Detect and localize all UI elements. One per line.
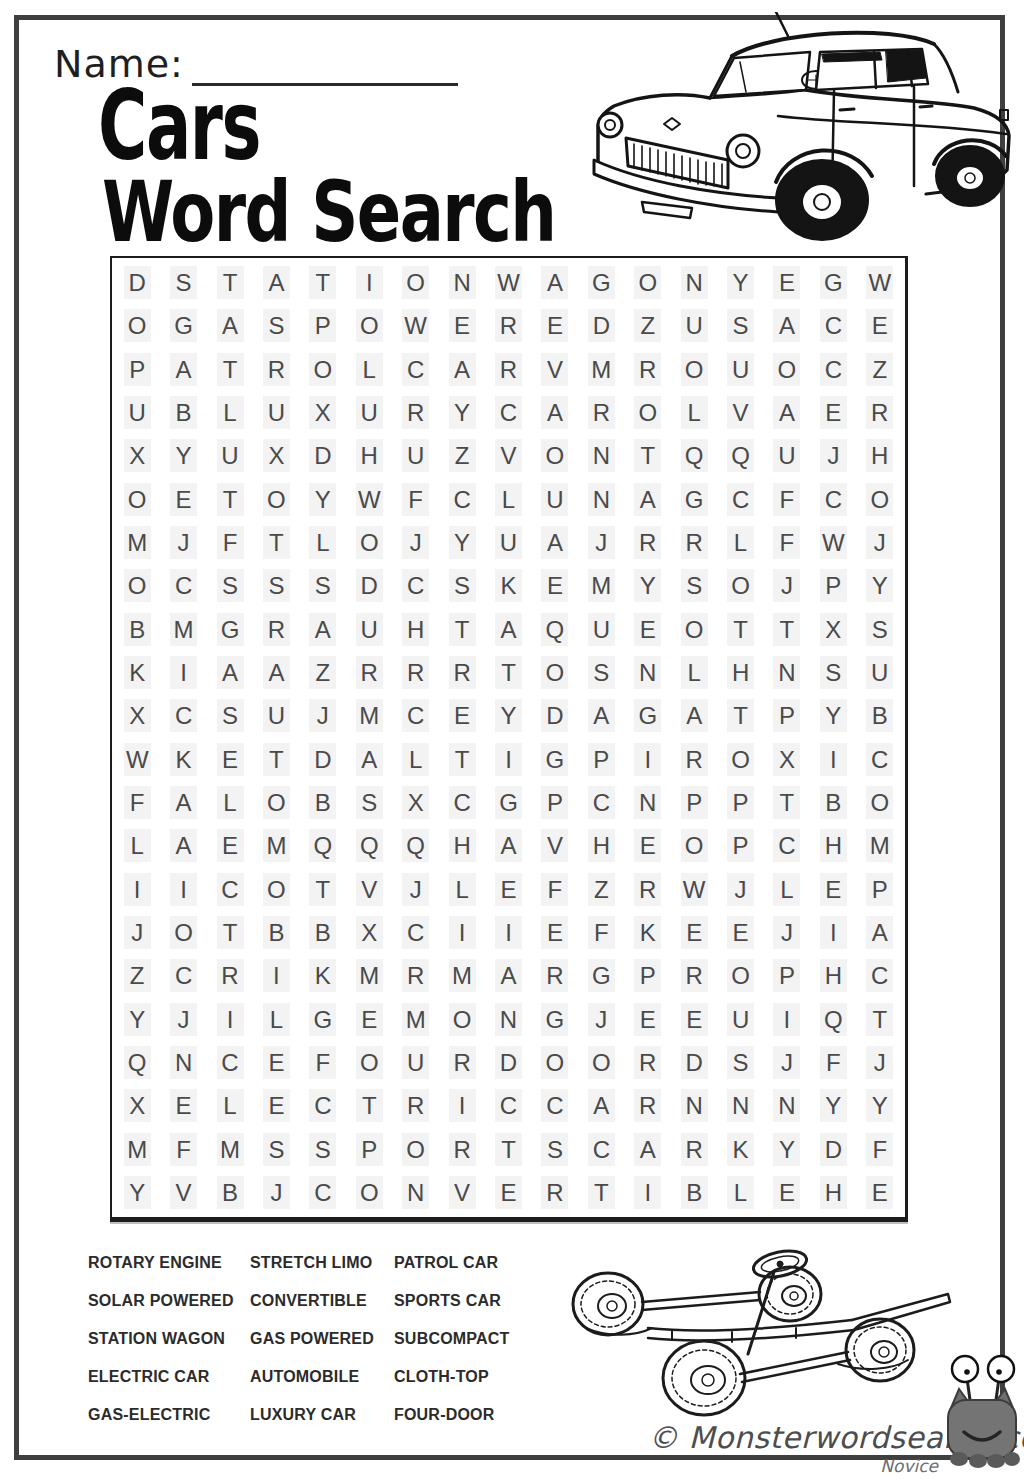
grid-cell[interactable]: R [392, 651, 438, 694]
grid-cell[interactable]: A [532, 521, 578, 564]
grid-cell[interactable]: C [485, 391, 531, 434]
grid-cell[interactable]: R [625, 1084, 671, 1127]
grid-cell[interactable]: I [114, 867, 160, 910]
grid-cell[interactable]: Y [114, 1171, 160, 1214]
grid-cell[interactable]: C [717, 478, 763, 521]
grid-cell[interactable]: A [578, 1084, 624, 1127]
grid-cell[interactable]: R [857, 391, 903, 434]
grid-cell[interactable]: M [253, 824, 299, 867]
grid-cell[interactable]: E [671, 911, 717, 954]
grid-cell[interactable]: J [810, 434, 856, 477]
grid-cell[interactable]: R [625, 348, 671, 391]
grid-cell[interactable]: J [300, 694, 346, 737]
grid-cell[interactable]: C [300, 1084, 346, 1127]
grid-cell[interactable]: D [485, 1041, 531, 1084]
grid-cell[interactable]: V [717, 391, 763, 434]
grid-cell[interactable]: T [578, 1171, 624, 1214]
grid-cell[interactable]: D [346, 564, 392, 607]
grid-cell[interactable]: E [810, 867, 856, 910]
grid-cell[interactable]: S [207, 694, 253, 737]
grid-cell[interactable]: P [857, 867, 903, 910]
grid-cell[interactable]: E [207, 824, 253, 867]
grid-cell[interactable]: J [717, 867, 763, 910]
grid-cell[interactable]: J [857, 1041, 903, 1084]
grid-cell[interactable]: Q [300, 824, 346, 867]
grid-cell[interactable]: C [160, 694, 206, 737]
grid-cell[interactable]: S [160, 261, 206, 304]
grid-cell[interactable]: I [207, 997, 253, 1040]
grid-cell[interactable]: Z [114, 954, 160, 997]
grid-cell[interactable]: S [300, 564, 346, 607]
grid-cell[interactable]: A [160, 781, 206, 824]
grid-cell[interactable]: G [485, 781, 531, 824]
grid-cell[interactable]: Y [857, 1084, 903, 1127]
grid-cell[interactable]: F [300, 1041, 346, 1084]
grid-cell[interactable]: L [439, 867, 485, 910]
grid-cell[interactable]: G [300, 997, 346, 1040]
grid-cell[interactable]: A [625, 478, 671, 521]
grid-cell[interactable]: S [253, 304, 299, 347]
grid-cell[interactable]: C [439, 478, 485, 521]
grid-cell[interactable]: A [532, 261, 578, 304]
grid-cell[interactable]: M [392, 997, 438, 1040]
grid-cell[interactable]: P [114, 348, 160, 391]
grid-cell[interactable]: E [764, 1171, 810, 1214]
grid-cell[interactable]: N [392, 1171, 438, 1214]
grid-cell[interactable]: P [717, 824, 763, 867]
grid-cell[interactable]: S [717, 1041, 763, 1084]
grid-cell[interactable]: O [671, 348, 717, 391]
grid-cell[interactable]: M [160, 608, 206, 651]
grid-cell[interactable]: C [810, 478, 856, 521]
grid-cell[interactable]: H [717, 651, 763, 694]
grid-cell[interactable]: Z [439, 434, 485, 477]
grid-cell[interactable]: R [439, 651, 485, 694]
grid-cell[interactable]: F [857, 1127, 903, 1170]
grid-cell[interactable]: J [392, 867, 438, 910]
grid-cell[interactable]: T [439, 737, 485, 780]
grid-cell[interactable]: E [810, 391, 856, 434]
grid-cell[interactable]: Q [671, 434, 717, 477]
grid-cell[interactable]: N [160, 1041, 206, 1084]
grid-cell[interactable]: K [300, 954, 346, 997]
grid-cell[interactable]: N [485, 997, 531, 1040]
grid-cell[interactable]: A [485, 954, 531, 997]
grid-cell[interactable]: M [578, 564, 624, 607]
grid-cell[interactable]: I [625, 1171, 671, 1214]
grid-cell[interactable]: N [764, 1084, 810, 1127]
grid-cell[interactable]: W [485, 261, 531, 304]
grid-cell[interactable]: U [717, 997, 763, 1040]
grid-cell[interactable]: U [857, 651, 903, 694]
grid-cell[interactable]: Y [625, 564, 671, 607]
grid-cell[interactable]: O [346, 304, 392, 347]
grid-cell[interactable]: A [764, 304, 810, 347]
grid-cell[interactable]: P [810, 564, 856, 607]
grid-cell[interactable]: P [532, 781, 578, 824]
grid-cell[interactable]: O [346, 521, 392, 564]
grid-cell[interactable]: D [532, 694, 578, 737]
grid-cell[interactable]: S [439, 564, 485, 607]
grid-cell[interactable]: X [810, 608, 856, 651]
grid-cell[interactable]: U [764, 434, 810, 477]
grid-cell[interactable]: V [532, 348, 578, 391]
grid-cell[interactable]: L [671, 391, 717, 434]
grid-cell[interactable]: J [253, 1171, 299, 1214]
grid-cell[interactable]: P [625, 954, 671, 997]
grid-cell[interactable]: A [671, 694, 717, 737]
grid-cell[interactable]: I [485, 737, 531, 780]
grid-cell[interactable]: E [346, 997, 392, 1040]
grid-cell[interactable]: P [300, 304, 346, 347]
grid-cell[interactable]: W [671, 867, 717, 910]
grid-cell[interactable]: E [160, 478, 206, 521]
grid-cell[interactable]: T [485, 651, 531, 694]
grid-cell[interactable]: S [532, 1127, 578, 1170]
grid-cell[interactable]: U [207, 434, 253, 477]
grid-cell[interactable]: Y [764, 1127, 810, 1170]
grid-cell[interactable]: X [300, 391, 346, 434]
grid-cell[interactable]: C [207, 867, 253, 910]
grid-cell[interactable]: I [160, 651, 206, 694]
grid-cell[interactable]: K [717, 1127, 763, 1170]
grid-cell[interactable]: I [485, 911, 531, 954]
grid-cell[interactable]: D [671, 1041, 717, 1084]
grid-cell[interactable]: C [392, 911, 438, 954]
grid-cell[interactable]: T [857, 997, 903, 1040]
grid-cell[interactable]: E [671, 997, 717, 1040]
grid-cell[interactable]: J [160, 997, 206, 1040]
grid-cell[interactable]: Y [439, 391, 485, 434]
grid-cell[interactable]: R [532, 1171, 578, 1214]
grid-cell[interactable]: I [810, 911, 856, 954]
grid-cell[interactable]: A [857, 911, 903, 954]
grid-cell[interactable]: C [532, 1084, 578, 1127]
grid-cell[interactable]: T [717, 608, 763, 651]
grid-cell[interactable]: G [578, 261, 624, 304]
grid-cell[interactable]: L [207, 781, 253, 824]
grid-cell[interactable]: K [485, 564, 531, 607]
grid-cell[interactable]: I [764, 997, 810, 1040]
grid-cell[interactable]: J [578, 521, 624, 564]
grid-cell[interactable]: R [671, 521, 717, 564]
grid-cell[interactable]: C [764, 824, 810, 867]
grid-cell[interactable]: S [857, 608, 903, 651]
grid-cell[interactable]: O [764, 348, 810, 391]
grid-cell[interactable]: L [764, 867, 810, 910]
grid-cell[interactable]: B [207, 1171, 253, 1214]
grid-cell[interactable]: J [160, 521, 206, 564]
grid-cell[interactable]: Y [717, 261, 763, 304]
grid-cell[interactable]: L [114, 824, 160, 867]
grid-cell[interactable]: T [764, 781, 810, 824]
grid-cell[interactable]: X [392, 781, 438, 824]
grid-cell[interactable]: R [671, 954, 717, 997]
grid-cell[interactable]: C [207, 1041, 253, 1084]
grid-cell[interactable]: D [810, 1127, 856, 1170]
grid-cell[interactable]: A [160, 348, 206, 391]
grid-cell[interactable]: W [392, 304, 438, 347]
grid-cell[interactable]: O [439, 997, 485, 1040]
grid-cell[interactable]: C [392, 694, 438, 737]
grid-cell[interactable]: F [764, 478, 810, 521]
grid-cell[interactable]: Q [114, 1041, 160, 1084]
grid-cell[interactable]: Q [392, 824, 438, 867]
grid-cell[interactable]: I [253, 954, 299, 997]
grid-cell[interactable]: L [717, 1171, 763, 1214]
grid-cell[interactable]: T [346, 1084, 392, 1127]
grid-cell[interactable]: L [346, 348, 392, 391]
grid-cell[interactable]: H [346, 434, 392, 477]
grid-cell[interactable]: M [578, 348, 624, 391]
grid-cell[interactable]: O [160, 911, 206, 954]
grid-cell[interactable]: R [253, 608, 299, 651]
grid-cell[interactable]: V [346, 867, 392, 910]
grid-cell[interactable]: A [764, 391, 810, 434]
grid-cell[interactable]: H [578, 824, 624, 867]
grid-cell[interactable]: I [346, 261, 392, 304]
grid-cell[interactable]: G [810, 261, 856, 304]
grid-cell[interactable]: R [625, 1041, 671, 1084]
grid-cell[interactable]: R [671, 737, 717, 780]
grid-cell[interactable]: O [114, 564, 160, 607]
grid-cell[interactable]: B [810, 781, 856, 824]
grid-cell[interactable]: W [810, 521, 856, 564]
grid-cell[interactable]: N [578, 434, 624, 477]
grid-cell[interactable]: A [300, 608, 346, 651]
grid-cell[interactable]: Z [578, 867, 624, 910]
grid-cell[interactable]: T [764, 608, 810, 651]
grid-cell[interactable]: Q [810, 997, 856, 1040]
grid-cell[interactable]: R [439, 1127, 485, 1170]
grid-cell[interactable]: V [160, 1171, 206, 1214]
grid-cell[interactable]: A [207, 651, 253, 694]
grid-cell[interactable]: B [857, 694, 903, 737]
grid-cell[interactable]: O [857, 478, 903, 521]
grid-cell[interactable]: L [485, 478, 531, 521]
grid-cell[interactable]: M [346, 954, 392, 997]
grid-cell[interactable]: G [532, 997, 578, 1040]
grid-cell[interactable]: O [717, 954, 763, 997]
grid-cell[interactable]: S [578, 651, 624, 694]
grid-cell[interactable]: K [625, 911, 671, 954]
grid-cell[interactable]: N [717, 1084, 763, 1127]
grid-cell[interactable]: C [810, 348, 856, 391]
grid-cell[interactable]: K [114, 651, 160, 694]
grid-cell[interactable]: I [810, 737, 856, 780]
grid-cell[interactable]: Q [717, 434, 763, 477]
grid-cell[interactable]: X [114, 434, 160, 477]
grid-cell[interactable]: R [439, 1041, 485, 1084]
grid-cell[interactable]: U [253, 694, 299, 737]
grid-cell[interactable]: Y [114, 997, 160, 1040]
grid-cell[interactable]: F [578, 911, 624, 954]
grid-cell[interactable]: O [717, 737, 763, 780]
grid-cell[interactable]: G [625, 694, 671, 737]
grid-cell[interactable]: I [439, 911, 485, 954]
grid-cell[interactable]: T [717, 694, 763, 737]
grid-cell[interactable]: Y [810, 694, 856, 737]
grid-cell[interactable]: R [392, 954, 438, 997]
grid-cell[interactable]: O [114, 478, 160, 521]
grid-cell[interactable]: O [253, 478, 299, 521]
grid-cell[interactable]: L [392, 737, 438, 780]
grid-cell[interactable]: R [485, 304, 531, 347]
grid-cell[interactable]: U [253, 391, 299, 434]
grid-cell[interactable]: U [532, 478, 578, 521]
grid-cell[interactable]: E [207, 737, 253, 780]
grid-cell[interactable]: U [392, 1041, 438, 1084]
grid-cell[interactable]: C [857, 954, 903, 997]
grid-cell[interactable]: O [625, 391, 671, 434]
grid-cell[interactable]: E [485, 1171, 531, 1214]
grid-cell[interactable]: D [300, 737, 346, 780]
grid-cell[interactable]: M [114, 521, 160, 564]
grid-cell[interactable]: G [207, 608, 253, 651]
grid-cell[interactable]: O [346, 1041, 392, 1084]
grid-cell[interactable]: D [578, 304, 624, 347]
grid-cell[interactable]: B [671, 1171, 717, 1214]
grid-cell[interactable]: G [578, 954, 624, 997]
grid-cell[interactable]: Y [810, 1084, 856, 1127]
grid-cell[interactable]: L [207, 1084, 253, 1127]
grid-cell[interactable]: T [300, 867, 346, 910]
grid-cell[interactable]: W [346, 478, 392, 521]
grid-cell[interactable]: N [671, 1084, 717, 1127]
grid-cell[interactable]: H [810, 1171, 856, 1214]
grid-cell[interactable]: I [625, 737, 671, 780]
grid-cell[interactable]: B [114, 608, 160, 651]
grid-cell[interactable]: H [810, 824, 856, 867]
grid-cell[interactable]: F [764, 521, 810, 564]
grid-cell[interactable]: W [857, 261, 903, 304]
grid-cell[interactable]: G [532, 737, 578, 780]
grid-cell[interactable]: U [578, 608, 624, 651]
grid-cell[interactable]: O [857, 781, 903, 824]
grid-cell[interactable]: E [764, 261, 810, 304]
grid-cell[interactable]: R [532, 954, 578, 997]
grid-cell[interactable]: W [114, 737, 160, 780]
grid-cell[interactable]: N [764, 651, 810, 694]
grid-cell[interactable]: J [764, 564, 810, 607]
grid-cell[interactable]: B [300, 781, 346, 824]
grid-cell[interactable]: E [532, 564, 578, 607]
grid-cell[interactable]: Z [857, 348, 903, 391]
grid-cell[interactable]: G [160, 304, 206, 347]
grid-cell[interactable]: S [253, 564, 299, 607]
grid-cell[interactable]: S [671, 564, 717, 607]
grid-cell[interactable]: X [253, 434, 299, 477]
grid-cell[interactable]: C [857, 737, 903, 780]
grid-cell[interactable]: Y [857, 564, 903, 607]
grid-cell[interactable]: F [532, 867, 578, 910]
grid-cell[interactable]: U [114, 391, 160, 434]
grid-cell[interactable]: G [671, 478, 717, 521]
grid-cell[interactable]: U [392, 434, 438, 477]
grid-cell[interactable]: N [671, 261, 717, 304]
grid-cell[interactable]: O [253, 781, 299, 824]
grid-cell[interactable]: S [300, 1127, 346, 1170]
grid-cell[interactable]: Y [300, 478, 346, 521]
grid-cell[interactable]: Q [346, 824, 392, 867]
grid-cell[interactable]: R [671, 1127, 717, 1170]
grid-cell[interactable]: P [764, 954, 810, 997]
grid-cell[interactable]: K [160, 737, 206, 780]
grid-cell[interactable]: E [253, 1041, 299, 1084]
grid-cell[interactable]: F [207, 521, 253, 564]
grid-cell[interactable]: T [207, 911, 253, 954]
grid-cell[interactable]: C [300, 1171, 346, 1214]
grid-cell[interactable]: A [532, 391, 578, 434]
grid-cell[interactable]: C [810, 304, 856, 347]
grid-cell[interactable]: L [253, 997, 299, 1040]
grid-cell[interactable]: A [253, 261, 299, 304]
grid-cell[interactable]: A [485, 824, 531, 867]
grid-cell[interactable]: H [392, 608, 438, 651]
grid-cell[interactable]: B [300, 911, 346, 954]
grid-cell[interactable]: C [392, 348, 438, 391]
grid-cell[interactable]: Y [160, 434, 206, 477]
grid-cell[interactable]: J [857, 521, 903, 564]
grid-cell[interactable]: T [253, 521, 299, 564]
grid-cell[interactable]: O [114, 304, 160, 347]
grid-cell[interactable]: R [207, 954, 253, 997]
grid-cell[interactable]: S [207, 564, 253, 607]
grid-cell[interactable]: V [485, 434, 531, 477]
grid-cell[interactable]: Z [300, 651, 346, 694]
grid-cell[interactable]: E [857, 1171, 903, 1214]
grid-cell[interactable]: A [625, 1127, 671, 1170]
grid-cell[interactable]: A [346, 737, 392, 780]
grid-cell[interactable]: P [578, 737, 624, 780]
grid-cell[interactable]: C [578, 1127, 624, 1170]
grid-cell[interactable]: O [532, 1041, 578, 1084]
grid-cell[interactable]: O [253, 867, 299, 910]
grid-cell[interactable]: R [253, 348, 299, 391]
grid-cell[interactable]: I [160, 867, 206, 910]
grid-cell[interactable]: T [253, 737, 299, 780]
grid-cell[interactable]: T [625, 434, 671, 477]
grid-cell[interactable]: U [671, 304, 717, 347]
grid-cell[interactable]: M [114, 1127, 160, 1170]
grid-cell[interactable]: M [346, 694, 392, 737]
grid-cell[interactable]: F [810, 1041, 856, 1084]
grid-cell[interactable]: F [160, 1127, 206, 1170]
grid-cell[interactable]: C [439, 781, 485, 824]
grid-cell[interactable]: L [300, 521, 346, 564]
grid-cell[interactable]: O [532, 434, 578, 477]
grid-cell[interactable]: J [764, 1041, 810, 1084]
grid-cell[interactable]: A [439, 348, 485, 391]
grid-cell[interactable]: E [253, 1084, 299, 1127]
grid-cell[interactable]: E [532, 911, 578, 954]
grid-cell[interactable]: N [625, 781, 671, 824]
grid-cell[interactable]: T [439, 608, 485, 651]
grid-cell[interactable]: T [207, 261, 253, 304]
grid-cell[interactable]: N [625, 651, 671, 694]
grid-cell[interactable]: L [717, 521, 763, 564]
grid-cell[interactable]: R [392, 1084, 438, 1127]
grid-cell[interactable]: O [671, 608, 717, 651]
grid-cell[interactable]: P [764, 694, 810, 737]
grid-cell[interactable]: C [485, 1084, 531, 1127]
grid-cell[interactable]: D [300, 434, 346, 477]
grid-cell[interactable]: O [671, 824, 717, 867]
grid-cell[interactable]: Q [532, 608, 578, 651]
grid-cell[interactable]: V [532, 824, 578, 867]
grid-cell[interactable]: A [253, 651, 299, 694]
grid-cell[interactable]: T [207, 348, 253, 391]
